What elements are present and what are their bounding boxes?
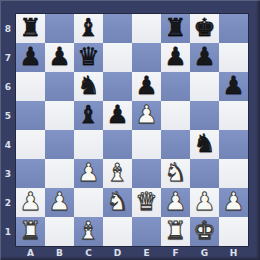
square-h1[interactable]	[219, 217, 248, 246]
rank-label-7: 7	[0, 43, 16, 72]
square-h6[interactable]: ♟	[219, 72, 248, 101]
square-d4[interactable]	[103, 130, 132, 159]
file-label-d: D	[103, 246, 132, 260]
rank-label-8: 8	[0, 14, 16, 43]
white-knight: ♞	[106, 188, 128, 216]
rank-label-3: 3	[0, 159, 16, 188]
square-d1[interactable]	[103, 217, 132, 246]
square-d2[interactable]: ♞	[103, 188, 132, 217]
square-h3[interactable]	[219, 159, 248, 188]
square-e5[interactable]: ♟	[132, 101, 161, 130]
square-a7[interactable]: ♟	[16, 43, 45, 72]
square-b8[interactable]	[45, 14, 74, 43]
square-d5[interactable]: ♟	[103, 101, 132, 130]
black-bishop: ♝	[77, 101, 99, 129]
chess-diagram: 87654321 ♜♝♜♚♟♟♛♟♟♞♟♟♝♟♟♞♟♝♞♟♟♞♛♟♟♟♜♝♜♚ …	[0, 0, 260, 260]
square-f3[interactable]: ♞	[161, 159, 190, 188]
square-c2[interactable]	[74, 188, 103, 217]
square-b6[interactable]	[45, 72, 74, 101]
square-a5[interactable]	[16, 101, 45, 130]
square-b4[interactable]	[45, 130, 74, 159]
square-e8[interactable]	[132, 14, 161, 43]
white-pawn: ♟	[48, 188, 70, 216]
white-bishop: ♝	[77, 217, 99, 245]
square-h8[interactable]	[219, 14, 248, 43]
square-a3[interactable]	[16, 159, 45, 188]
square-e4[interactable]	[132, 130, 161, 159]
black-rook: ♜	[19, 14, 41, 42]
square-f4[interactable]	[161, 130, 190, 159]
square-c1[interactable]: ♝	[74, 217, 103, 246]
black-rook: ♜	[164, 14, 186, 42]
square-g6[interactable]	[190, 72, 219, 101]
square-f1[interactable]: ♜	[161, 217, 190, 246]
square-c3[interactable]: ♟	[74, 159, 103, 188]
square-f8[interactable]: ♜	[161, 14, 190, 43]
square-f5[interactable]	[161, 101, 190, 130]
square-c7[interactable]: ♛	[74, 43, 103, 72]
file-labels: ABCDEFGH	[16, 246, 248, 260]
black-pawn: ♟	[222, 72, 244, 100]
square-g7[interactable]: ♟	[190, 43, 219, 72]
square-g2[interactable]: ♟	[190, 188, 219, 217]
file-label-c: C	[74, 246, 103, 260]
white-pawn: ♟	[19, 188, 41, 216]
square-d8[interactable]	[103, 14, 132, 43]
square-b7[interactable]: ♟	[45, 43, 74, 72]
square-g1[interactable]: ♚	[190, 217, 219, 246]
black-pawn: ♟	[135, 72, 157, 100]
white-king: ♚	[193, 217, 215, 245]
white-bishop: ♝	[106, 159, 128, 187]
square-f2[interactable]: ♟	[161, 188, 190, 217]
square-b2[interactable]: ♟	[45, 188, 74, 217]
white-pawn: ♟	[222, 188, 244, 216]
black-queen: ♛	[77, 43, 99, 71]
square-g8[interactable]: ♚	[190, 14, 219, 43]
black-bishop: ♝	[77, 14, 99, 42]
file-label-e: E	[132, 246, 161, 260]
file-label-a: A	[16, 246, 45, 260]
square-h5[interactable]	[219, 101, 248, 130]
square-g5[interactable]	[190, 101, 219, 130]
square-g3[interactable]	[190, 159, 219, 188]
square-b5[interactable]	[45, 101, 74, 130]
white-pawn: ♟	[164, 188, 186, 216]
white-rook: ♜	[164, 217, 186, 245]
square-h2[interactable]: ♟	[219, 188, 248, 217]
rank-labels: 87654321	[0, 14, 16, 246]
square-f7[interactable]: ♟	[161, 43, 190, 72]
file-label-g: G	[190, 246, 219, 260]
square-h7[interactable]	[219, 43, 248, 72]
rank-label-6: 6	[0, 72, 16, 101]
square-e7[interactable]	[132, 43, 161, 72]
square-b1[interactable]	[45, 217, 74, 246]
black-knight: ♞	[193, 130, 215, 158]
square-d7[interactable]	[103, 43, 132, 72]
white-pawn: ♟	[193, 188, 215, 216]
square-e6[interactable]: ♟	[132, 72, 161, 101]
black-pawn: ♟	[193, 43, 215, 71]
square-c4[interactable]	[74, 130, 103, 159]
white-queen: ♛	[135, 188, 157, 216]
square-g4[interactable]: ♞	[190, 130, 219, 159]
file-label-h: H	[219, 246, 248, 260]
square-a1[interactable]: ♜	[16, 217, 45, 246]
white-pawn: ♟	[135, 101, 157, 129]
square-c6[interactable]: ♞	[74, 72, 103, 101]
black-pawn: ♟	[48, 43, 70, 71]
square-c8[interactable]: ♝	[74, 14, 103, 43]
rank-label-1: 1	[0, 217, 16, 246]
square-b3[interactable]	[45, 159, 74, 188]
black-knight: ♞	[77, 72, 99, 100]
square-a4[interactable]	[16, 130, 45, 159]
black-king: ♚	[193, 14, 215, 42]
black-pawn: ♟	[19, 43, 41, 71]
file-label-f: F	[161, 246, 190, 260]
square-d3[interactable]: ♝	[103, 159, 132, 188]
square-c5[interactable]: ♝	[74, 101, 103, 130]
square-e1[interactable]	[132, 217, 161, 246]
rank-label-2: 2	[0, 188, 16, 217]
white-pawn: ♟	[77, 159, 99, 187]
rank-label-4: 4	[0, 130, 16, 159]
white-rook: ♜	[19, 217, 41, 245]
square-h4[interactable]	[219, 130, 248, 159]
square-e3[interactable]	[132, 159, 161, 188]
black-pawn: ♟	[106, 101, 128, 129]
file-label-b: B	[45, 246, 74, 260]
black-pawn: ♟	[164, 43, 186, 71]
chess-board: ♜♝♜♚♟♟♛♟♟♞♟♟♝♟♟♞♟♝♞♟♟♞♛♟♟♟♜♝♜♚	[16, 14, 248, 246]
square-f6[interactable]	[161, 72, 190, 101]
square-a6[interactable]	[16, 72, 45, 101]
white-knight: ♞	[164, 159, 186, 187]
square-a2[interactable]: ♟	[16, 188, 45, 217]
rank-label-5: 5	[0, 101, 16, 130]
square-d6[interactable]	[103, 72, 132, 101]
square-a8[interactable]: ♜	[16, 14, 45, 43]
square-e2[interactable]: ♛	[132, 188, 161, 217]
